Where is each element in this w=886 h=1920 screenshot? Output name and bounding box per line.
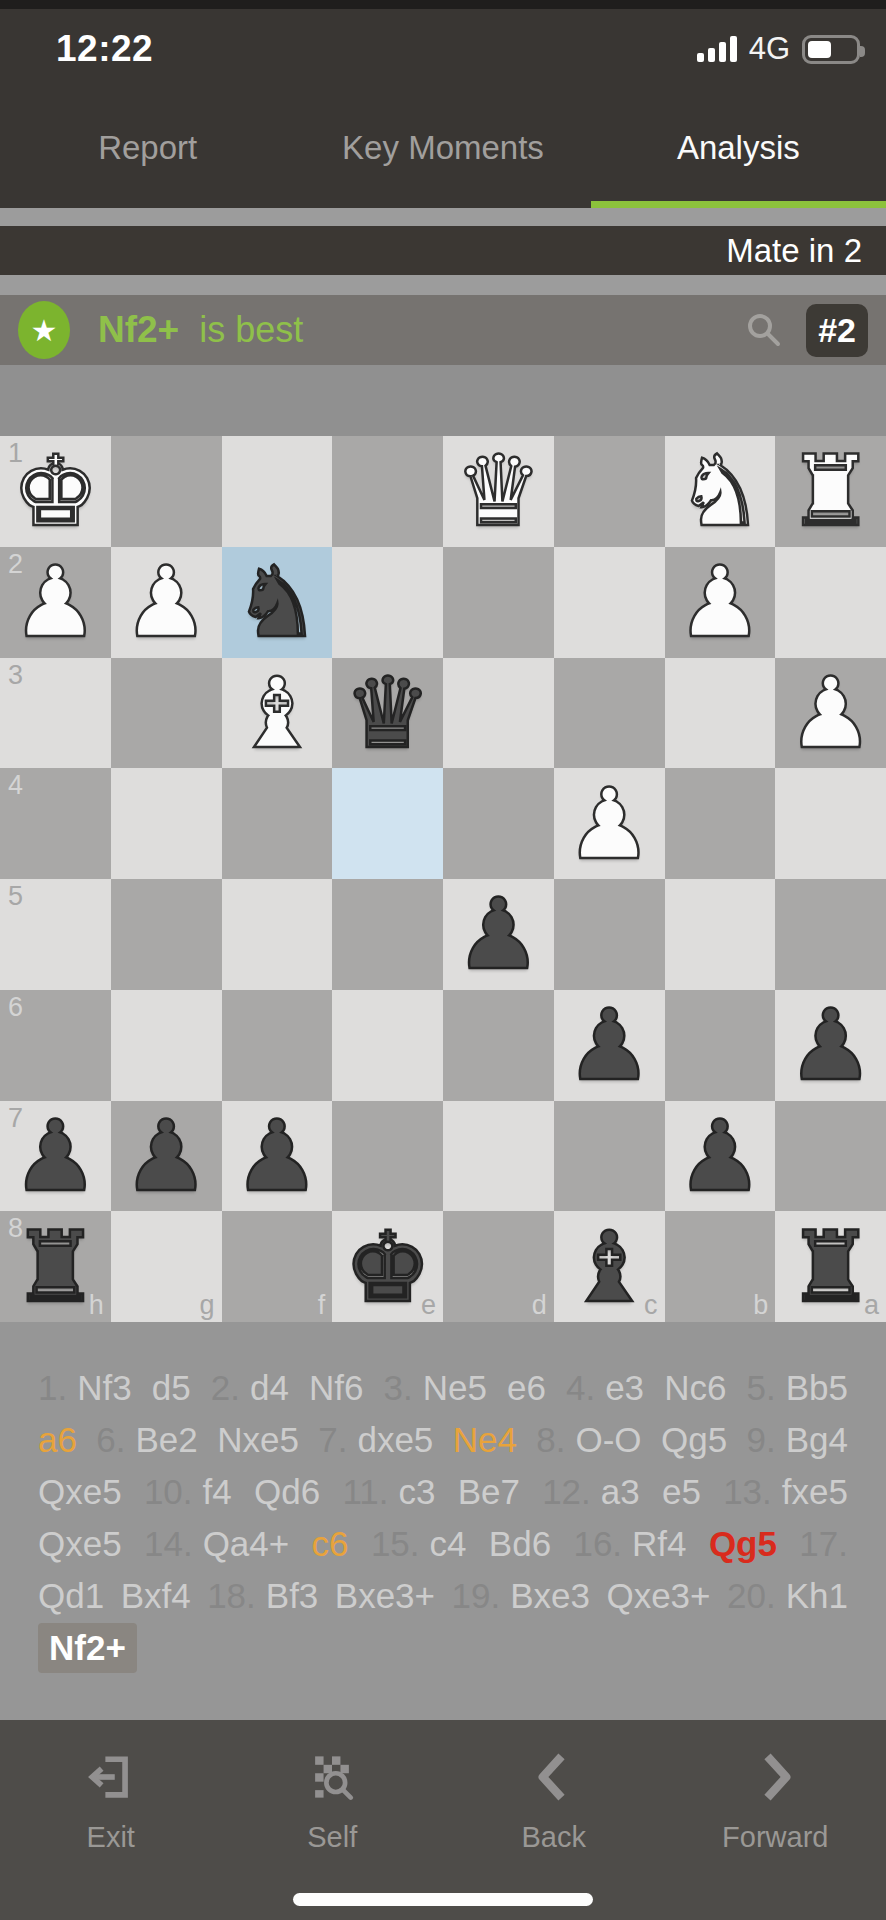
tab-key-moments[interactable]: Key Moments bbox=[295, 88, 590, 208]
rank-label: 7 bbox=[8, 1103, 23, 1134]
piece-black-queen: ♛ bbox=[332, 658, 443, 769]
home-indicator[interactable] bbox=[293, 1893, 593, 1906]
active-tab-underline bbox=[591, 201, 886, 208]
file-label: g bbox=[199, 1290, 214, 1321]
square-d2[interactable] bbox=[443, 547, 554, 658]
move-token[interactable]: Qd6 bbox=[254, 1472, 320, 1512]
square-a2[interactable] bbox=[775, 547, 886, 658]
move-token[interactable]: d4 bbox=[250, 1368, 289, 1408]
square-b3[interactable] bbox=[665, 658, 776, 769]
file-label: d bbox=[532, 1290, 547, 1321]
move-token[interactable]: Qxe3+ bbox=[606, 1576, 710, 1616]
piece-black-pawn: ♟ bbox=[111, 1101, 222, 1212]
rank-label: 8 bbox=[8, 1213, 23, 1244]
square-f5[interactable] bbox=[222, 879, 333, 990]
move-token[interactable]: dxe5 bbox=[357, 1420, 433, 1460]
square-d1[interactable]: ♛ bbox=[443, 436, 554, 547]
search-icon[interactable] bbox=[744, 310, 784, 350]
piece-white-pawn: ♟ bbox=[775, 658, 886, 769]
square-c1[interactable] bbox=[554, 436, 665, 547]
piece-white-knight: ♞ bbox=[665, 436, 776, 547]
move-token[interactable]: e6 bbox=[507, 1368, 546, 1408]
star-icon: ★ bbox=[18, 301, 70, 359]
square-f1[interactable] bbox=[222, 436, 333, 547]
square-c6[interactable]: ♟ bbox=[554, 990, 665, 1101]
move-token[interactable]: Nxe5 bbox=[217, 1420, 299, 1460]
move-number: 8. bbox=[536, 1420, 565, 1460]
square-d3[interactable] bbox=[443, 658, 554, 769]
move-list-line: Qxe514.Qa4+c615.c4Bd616.Rf4Qg517. bbox=[38, 1518, 848, 1570]
square-f8[interactable]: f bbox=[222, 1211, 333, 1322]
move-list: 1.Nf3d52.d4Nf63.Ne5e64.e3Nc65.Bb5a66.Be2… bbox=[0, 1322, 886, 1720]
piece-white-pawn: ♟ bbox=[665, 547, 776, 658]
square-a6[interactable]: ♟ bbox=[775, 990, 886, 1101]
move-number: 1. bbox=[38, 1368, 67, 1408]
move-token[interactable]: Bg4 bbox=[786, 1420, 848, 1460]
square-h6[interactable]: 6 bbox=[0, 990, 111, 1101]
square-b2[interactable]: ♟ bbox=[665, 547, 776, 658]
square-e3[interactable]: ♛ bbox=[332, 658, 443, 769]
square-e4[interactable] bbox=[332, 768, 443, 879]
move-number: 6. bbox=[96, 1420, 125, 1460]
move-token[interactable]: Ne4 bbox=[453, 1420, 517, 1460]
square-c7[interactable] bbox=[554, 1101, 665, 1212]
rank-label: 1 bbox=[8, 438, 23, 469]
move-token[interactable]: e5 bbox=[662, 1472, 701, 1512]
nav-label: Self bbox=[307, 1821, 357, 1854]
divider-strip bbox=[0, 275, 886, 295]
move-token[interactable]: c4 bbox=[430, 1524, 467, 1564]
move-number: 12. bbox=[542, 1472, 591, 1512]
move-number: 5. bbox=[746, 1368, 775, 1408]
move-number: 15. bbox=[371, 1524, 420, 1564]
square-d8[interactable]: d bbox=[443, 1211, 554, 1322]
forward-button[interactable]: Forward bbox=[665, 1744, 886, 1874]
eval-label: Mate in 2 bbox=[726, 232, 862, 270]
move-token[interactable]: Bxe3 bbox=[510, 1576, 590, 1616]
move-number: 18. bbox=[207, 1576, 256, 1616]
square-e5[interactable] bbox=[332, 879, 443, 990]
move-token[interactable]: Bxe3+ bbox=[335, 1576, 435, 1616]
move-token[interactable]: Qa4+ bbox=[203, 1524, 290, 1564]
square-c2[interactable] bbox=[554, 547, 665, 658]
square-f3[interactable]: ♝ bbox=[222, 658, 333, 769]
square-g8[interactable]: g bbox=[111, 1211, 222, 1322]
status-bar: 12:22 4G bbox=[0, 0, 886, 88]
move-token[interactable]: Bb5 bbox=[786, 1368, 848, 1408]
move-token[interactable]: Bd6 bbox=[489, 1524, 551, 1564]
move-number: 19. bbox=[452, 1576, 501, 1616]
clock: 12:22 bbox=[56, 28, 153, 70]
piece-white-queen: ♛ bbox=[443, 436, 554, 547]
square-c3[interactable] bbox=[554, 658, 665, 769]
status-icons: 4G bbox=[697, 31, 866, 67]
piece-black-pawn: ♟ bbox=[443, 879, 554, 990]
self-analysis-button[interactable]: Self bbox=[222, 1744, 444, 1874]
square-h2[interactable]: ♟2 bbox=[0, 547, 111, 658]
exit-button[interactable]: Exit bbox=[0, 1744, 222, 1874]
square-f2[interactable]: ♞ bbox=[222, 547, 333, 658]
piece-white-bishop: ♝ bbox=[222, 658, 333, 769]
square-f4[interactable] bbox=[222, 768, 333, 879]
move-list-line: Qxe510.f4Qd611.c3Be712.a3e513.fxe5 bbox=[38, 1466, 848, 1518]
square-a8[interactable]: ♜a bbox=[775, 1211, 886, 1322]
tab-analysis[interactable]: Analysis bbox=[591, 88, 886, 208]
square-h4[interactable]: 4 bbox=[0, 768, 111, 879]
best-move-suffix: is best bbox=[199, 309, 303, 351]
move-token[interactable]: Nf3 bbox=[77, 1368, 131, 1408]
move-token[interactable]: O-O bbox=[575, 1420, 641, 1460]
piece-white-pawn: ♟ bbox=[554, 768, 665, 879]
move-token[interactable]: c6 bbox=[312, 1524, 349, 1564]
move-token[interactable]: Be2 bbox=[136, 1420, 198, 1460]
nav-label: Back bbox=[522, 1821, 586, 1854]
move-token[interactable]: a6 bbox=[38, 1420, 77, 1460]
move-number: 9. bbox=[746, 1420, 775, 1460]
square-h1[interactable]: ♚1 bbox=[0, 436, 111, 547]
move-token[interactable]: Be7 bbox=[458, 1472, 520, 1512]
move-token[interactable]: Bxf4 bbox=[121, 1576, 191, 1616]
piece-black-knight: ♞ bbox=[222, 547, 333, 658]
move-number: 3. bbox=[383, 1368, 412, 1408]
square-c5[interactable] bbox=[554, 879, 665, 990]
square-h5[interactable]: 5 bbox=[0, 879, 111, 990]
square-b4[interactable] bbox=[665, 768, 776, 879]
file-label: e bbox=[421, 1290, 436, 1321]
move-token[interactable]: d5 bbox=[152, 1368, 191, 1408]
square-b8[interactable]: b bbox=[665, 1211, 776, 1322]
board-search-icon bbox=[302, 1745, 362, 1809]
move-token[interactable]: Qxe5 bbox=[38, 1472, 122, 1512]
piece-black-pawn: ♟ bbox=[665, 1101, 776, 1212]
square-g5[interactable] bbox=[111, 879, 222, 990]
move-number: 13. bbox=[723, 1472, 772, 1512]
square-f6[interactable] bbox=[222, 990, 333, 1101]
move-token[interactable]: Kh1 bbox=[786, 1576, 848, 1616]
square-a7[interactable] bbox=[775, 1101, 886, 1212]
square-e1[interactable] bbox=[332, 436, 443, 547]
exit-door-icon bbox=[81, 1745, 141, 1809]
piece-white-rook: ♜ bbox=[775, 436, 886, 547]
piece-black-pawn: ♟ bbox=[554, 990, 665, 1101]
move-number: 2. bbox=[211, 1368, 240, 1408]
move-token[interactable]: e3 bbox=[605, 1368, 644, 1408]
square-b6[interactable] bbox=[665, 990, 776, 1101]
square-e7[interactable] bbox=[332, 1101, 443, 1212]
tab-bar: Report Key Moments Analysis bbox=[0, 88, 886, 208]
bottom-nav: Exit Self Back Forward bbox=[0, 1720, 886, 1920]
move-token[interactable]: Qg5 bbox=[709, 1524, 777, 1564]
square-a1[interactable]: ♜ bbox=[775, 436, 886, 547]
move-list-line: a66.Be2Nxe57.dxe5Ne48.O-OQg59.Bg4 bbox=[38, 1414, 848, 1466]
square-d4[interactable] bbox=[443, 768, 554, 879]
move-token[interactable]: Nc6 bbox=[664, 1368, 726, 1408]
move-token[interactable]: Nf6 bbox=[309, 1368, 363, 1408]
move-token[interactable]: fxe5 bbox=[782, 1472, 848, 1512]
nav-label: Exit bbox=[87, 1821, 135, 1854]
rank-label: 2 bbox=[8, 549, 23, 580]
move-number: 7. bbox=[318, 1420, 347, 1460]
square-c4[interactable]: ♟ bbox=[554, 768, 665, 879]
move-number: 20. bbox=[727, 1576, 776, 1616]
square-g3[interactable] bbox=[111, 658, 222, 769]
piece-white-pawn: ♟ bbox=[111, 547, 222, 658]
file-label: f bbox=[318, 1290, 326, 1321]
rank-label: 4 bbox=[8, 770, 23, 801]
back-button[interactable]: Back bbox=[443, 1744, 665, 1874]
chess-board: ♚1♛♞♜♟2♟♞♟3♝♛♟4♟5♟6♟♟♟7♟♟♟♜8hgf♚ed♝cb♜a bbox=[0, 436, 886, 1322]
piece-black-pawn: ♟ bbox=[775, 990, 886, 1101]
square-d7[interactable] bbox=[443, 1101, 554, 1212]
move-number: 11. bbox=[342, 1472, 388, 1512]
move-number: 14. bbox=[144, 1524, 193, 1564]
move-number: 10. bbox=[144, 1472, 193, 1512]
chevron-left-icon bbox=[524, 1745, 584, 1809]
square-e6[interactable] bbox=[332, 990, 443, 1101]
square-b5[interactable] bbox=[665, 879, 776, 990]
square-g1[interactable] bbox=[111, 436, 222, 547]
move-token[interactable]: c3 bbox=[398, 1472, 435, 1512]
square-g4[interactable] bbox=[111, 768, 222, 879]
mate-count-badge: #2 bbox=[806, 304, 868, 357]
move-token[interactable]: Bf3 bbox=[266, 1576, 319, 1616]
square-h3[interactable]: 3 bbox=[0, 658, 111, 769]
square-e8[interactable]: ♚e bbox=[332, 1211, 443, 1322]
move-list-line: 1.Nf3d52.d4Nf63.Ne5e64.e3Nc65.Bb5 bbox=[38, 1362, 848, 1414]
move-list-line: Qd1Bxf418.Bf3Bxe3+19.Bxe3Qxe3+20.Kh1 bbox=[38, 1570, 848, 1622]
rank-label: 5 bbox=[8, 881, 23, 912]
move-token[interactable]: Nf2+ bbox=[38, 1623, 137, 1673]
file-label: c bbox=[644, 1290, 658, 1321]
square-a3[interactable]: ♟ bbox=[775, 658, 886, 769]
move-token[interactable]: Ne5 bbox=[423, 1368, 487, 1408]
piece-black-pawn: ♟ bbox=[222, 1101, 333, 1212]
chevron-right-icon bbox=[745, 1745, 805, 1809]
move-list-line: Nf2+ bbox=[38, 1622, 848, 1674]
rank-label: 3 bbox=[8, 660, 23, 691]
move-token[interactable]: Qg5 bbox=[661, 1420, 727, 1460]
move-token[interactable]: Qd1 bbox=[38, 1576, 104, 1616]
square-f7[interactable]: ♟ bbox=[222, 1101, 333, 1212]
file-label: a bbox=[864, 1290, 879, 1321]
move-number: 4. bbox=[566, 1368, 595, 1408]
best-move-text: Nf2+ bbox=[98, 309, 179, 351]
square-d5[interactable]: ♟ bbox=[443, 879, 554, 990]
square-h7[interactable]: ♟7 bbox=[0, 1101, 111, 1212]
battery-icon bbox=[802, 35, 860, 64]
square-g6[interactable] bbox=[111, 990, 222, 1101]
move-token[interactable]: Rf4 bbox=[632, 1524, 686, 1564]
square-e2[interactable] bbox=[332, 547, 443, 658]
move-number: 17. bbox=[799, 1524, 848, 1564]
eval-status-bar: Mate in 2 bbox=[0, 226, 886, 275]
signal-strength-icon bbox=[697, 36, 737, 62]
square-b1[interactable]: ♞ bbox=[665, 436, 776, 547]
move-token[interactable]: Qxe5 bbox=[38, 1524, 122, 1564]
square-h8[interactable]: ♜8h bbox=[0, 1211, 111, 1322]
square-g2[interactable]: ♟ bbox=[111, 547, 222, 658]
network-type-label: 4G bbox=[749, 31, 790, 67]
square-c8[interactable]: ♝c bbox=[554, 1211, 665, 1322]
tab-report[interactable]: Report bbox=[0, 88, 295, 208]
file-label: b bbox=[753, 1290, 768, 1321]
square-d6[interactable] bbox=[443, 990, 554, 1101]
divider-strip bbox=[0, 365, 886, 436]
best-move-bar: ★ Nf2+ is best #2 bbox=[0, 295, 886, 365]
divider-strip bbox=[0, 208, 886, 226]
nav-label: Forward bbox=[722, 1821, 828, 1854]
square-a5[interactable] bbox=[775, 879, 886, 990]
file-label: h bbox=[89, 1290, 104, 1321]
move-token[interactable]: f4 bbox=[203, 1472, 232, 1512]
square-g7[interactable]: ♟ bbox=[111, 1101, 222, 1212]
move-token[interactable]: a3 bbox=[601, 1472, 640, 1512]
rank-label: 6 bbox=[8, 992, 23, 1023]
square-a4[interactable] bbox=[775, 768, 886, 879]
move-number: 16. bbox=[573, 1524, 622, 1564]
square-b7[interactable]: ♟ bbox=[665, 1101, 776, 1212]
